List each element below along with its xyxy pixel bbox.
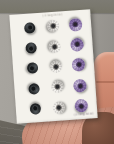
stud-black — [24, 22, 36, 34]
stud-center-dot — [51, 24, 55, 28]
stud-center-dot — [33, 106, 38, 111]
handwritten-note-bottom: (illegible) — [74, 112, 95, 116]
stud-center-dot — [54, 85, 59, 90]
stud-purple — [70, 57, 87, 74]
stud-purple — [68, 36, 85, 53]
stud-white — [48, 59, 63, 74]
stud-center-dot — [28, 45, 34, 51]
earring-display-card: (illegible) (illegible) — [9, 9, 97, 123]
stud-white — [46, 20, 59, 33]
stud-purple — [68, 17, 83, 32]
stud-center-dot — [74, 42, 79, 47]
stud-center-dot — [51, 44, 57, 50]
stud-center-dot — [76, 63, 81, 68]
stud-center-dot — [78, 103, 84, 109]
stud-white — [49, 80, 64, 95]
stud-white — [50, 99, 67, 116]
stud-center-dot — [73, 22, 78, 27]
stud-white — [46, 38, 63, 55]
stud-center-dot — [30, 66, 35, 71]
stud-black — [28, 102, 43, 117]
stud-center-dot — [28, 26, 32, 30]
stud-center-dot — [53, 64, 58, 69]
stud-grid — [18, 14, 94, 121]
stud-center-dot — [31, 86, 36, 91]
stud-center-dot — [78, 83, 83, 88]
stud-black — [23, 40, 39, 56]
stud-purple — [72, 78, 87, 93]
stud-black — [27, 81, 42, 96]
stud-black — [26, 62, 39, 75]
photo-hand-holding-earring-card: (illegible) (illegible) — [0, 0, 114, 144]
fingertips — [94, 52, 114, 114]
stud-center-dot — [56, 105, 62, 111]
